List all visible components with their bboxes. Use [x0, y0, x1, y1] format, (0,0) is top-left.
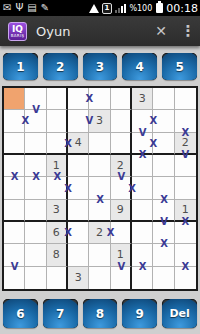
key-1-label: 1 [3, 53, 38, 80]
cell-r3c3[interactable] [68, 155, 89, 177]
cell-r8c4[interactable] [89, 267, 110, 289]
cell-r8c7[interactable] [153, 267, 174, 289]
cell-r1c6[interactable] [132, 110, 153, 132]
cell-r6c4[interactable]: 2 [89, 222, 110, 244]
cell-r4c7[interactable] [153, 177, 174, 199]
cell-r8c5[interactable] [111, 267, 132, 289]
cell-r6c6[interactable] [132, 222, 153, 244]
key-2-label: 2 [43, 53, 78, 80]
cell-r5c1[interactable] [25, 200, 46, 222]
cell-r7c6[interactable] [132, 244, 153, 266]
key-7-label: 7 [43, 299, 78, 328]
cell-r1c1[interactable] [25, 110, 46, 132]
keypad-bottom: 6 7 8 9 Del [3, 299, 197, 328]
cell-r6c1[interactable] [25, 222, 46, 244]
cell-r0c4[interactable] [89, 88, 110, 110]
cell-r7c7[interactable] [153, 244, 174, 266]
key-1[interactable]: 1 [3, 53, 38, 80]
cell-r3c2[interactable]: 1 [47, 155, 68, 177]
key-5-label: 5 [162, 53, 197, 80]
signal-strength-icon [115, 3, 126, 13]
cell-r3c5[interactable]: 2 [111, 155, 132, 177]
key-4-label: 4 [122, 53, 157, 80]
cell-r5c8[interactable]: 1 [175, 200, 196, 222]
key-9-label: 9 [122, 299, 157, 328]
note-icon: ✎ [41, 0, 49, 16]
cell-r3c6[interactable] [132, 155, 153, 177]
key-7[interactable]: 7 [43, 299, 78, 328]
key-6[interactable]: 6 [3, 299, 38, 328]
cell-r0c0[interactable] [4, 88, 25, 110]
sudoku-grid: 33421239162813XXVXXXXXXXVVXXVXXXVXXVXXVV… [2, 86, 198, 291]
cell-r6c7[interactable] [153, 222, 174, 244]
cell-r5c5[interactable]: 9 [111, 200, 132, 222]
cell-r7c1[interactable] [25, 244, 46, 266]
key-delete[interactable]: Del [162, 299, 197, 328]
cell-r2c7[interactable] [153, 133, 174, 155]
cell-r3c8[interactable] [175, 155, 196, 177]
cell-r6c8[interactable] [175, 222, 196, 244]
cell-r5c6[interactable] [132, 200, 153, 222]
cell-r0c6[interactable]: 3 [132, 88, 153, 110]
key-8-label: 8 [83, 299, 118, 328]
cell-r4c5[interactable] [111, 177, 132, 199]
wifi-icon [89, 4, 99, 13]
sim-slot-badge: 1 [102, 3, 113, 14]
clock-label: 00:18 [166, 2, 198, 15]
key-2[interactable]: 2 [43, 53, 78, 80]
cell-r7c2[interactable]: 8 [47, 244, 68, 266]
cell-r8c0[interactable] [4, 267, 25, 289]
cell-r4c6[interactable] [132, 177, 153, 199]
cell-r3c7[interactable] [153, 155, 174, 177]
app-bar: IQ BARIŞ Oyun ✕ ⋮ [0, 16, 200, 46]
cell-r2c5[interactable] [111, 133, 132, 155]
battery-percent-label: %100 [129, 4, 152, 13]
close-icon[interactable]: ✕ [144, 23, 178, 39]
cell-r5c7[interactable] [153, 200, 174, 222]
key-4[interactable]: 4 [122, 53, 157, 80]
cell-r1c4[interactable]: 3 [89, 110, 110, 132]
cell-r1c7[interactable] [153, 110, 174, 132]
cell-r1c8[interactable] [175, 110, 196, 132]
cell-r7c4[interactable] [89, 244, 110, 266]
cell-r2c6[interactable] [132, 133, 153, 155]
cell-r4c3[interactable] [68, 177, 89, 199]
app-logo: IQ BARIŞ [8, 22, 27, 41]
page-title: Oyun [36, 24, 70, 39]
cell-r4c0[interactable] [4, 177, 25, 199]
cell-r7c3[interactable] [68, 244, 89, 266]
cell-r8c8[interactable] [175, 267, 196, 289]
overflow-menu-icon[interactable]: ⋮ [178, 22, 198, 40]
cell-r5c0[interactable] [4, 200, 25, 222]
cell-r0c2[interactable] [47, 88, 68, 110]
cell-r2c2[interactable] [47, 133, 68, 155]
usb-icon: Ψ [15, 0, 23, 16]
cell-r8c1[interactable] [25, 267, 46, 289]
storage-icon: ▤ [27, 0, 36, 16]
cell-r8c2[interactable] [47, 267, 68, 289]
cell-r6c2[interactable]: 6 [47, 222, 68, 244]
cell-r5c4[interactable] [89, 200, 110, 222]
app-logo-subtext: BARIŞ [11, 34, 24, 38]
cell-r7c0[interactable] [4, 244, 25, 266]
cell-r6c5[interactable] [111, 222, 132, 244]
battery-icon [156, 3, 163, 13]
cell-r1c0[interactable] [4, 110, 25, 132]
cell-r6c3[interactable] [68, 222, 89, 244]
cell-r8c6[interactable] [132, 267, 153, 289]
cell-r1c5[interactable] [111, 110, 132, 132]
cell-r4c8[interactable] [175, 177, 196, 199]
key-delete-label: Del [162, 299, 197, 328]
cell-r2c3[interactable]: 4 [68, 133, 89, 155]
cell-r2c0[interactable] [4, 133, 25, 155]
cell-r0c1[interactable] [25, 88, 46, 110]
key-3[interactable]: 3 [83, 53, 118, 80]
cell-r2c1[interactable] [25, 133, 46, 155]
cell-r1c2[interactable] [47, 110, 68, 132]
cell-r0c5[interactable] [111, 88, 132, 110]
cell-r4c1[interactable] [25, 177, 46, 199]
cell-r5c3[interactable] [68, 200, 89, 222]
cell-r6c0[interactable] [4, 222, 25, 244]
key-3-label: 3 [83, 53, 118, 80]
cell-r7c8[interactable] [175, 244, 196, 266]
cell-r3c1[interactable] [25, 155, 46, 177]
cell-r3c0[interactable] [4, 155, 25, 177]
cell-r1c3[interactable] [68, 110, 89, 132]
key-9[interactable]: 9 [122, 299, 157, 328]
cell-r2c4[interactable] [89, 133, 110, 155]
cell-r8c3[interactable]: 3 [68, 267, 89, 289]
cell-r0c8[interactable] [175, 88, 196, 110]
cell-r2c8[interactable]: 2 [175, 133, 196, 155]
message-icon: ✉ [3, 0, 11, 16]
cell-r3c4[interactable] [89, 155, 110, 177]
cell-r5c2[interactable]: 3 [47, 200, 68, 222]
status-bar: ✉ Ψ ▤ ✎ 1 %100 00:18 [0, 0, 200, 16]
cell-r4c4[interactable] [89, 177, 110, 199]
cell-r4c2[interactable] [47, 177, 68, 199]
cell-r0c3[interactable] [68, 88, 89, 110]
cell-r7c5[interactable]: 1 [111, 244, 132, 266]
keypad-top: 1 2 3 4 5 [3, 53, 197, 80]
key-5[interactable]: 5 [162, 53, 197, 80]
key-6-label: 6 [3, 299, 38, 328]
cell-r0c7[interactable] [153, 88, 174, 110]
key-8[interactable]: 8 [83, 299, 118, 328]
